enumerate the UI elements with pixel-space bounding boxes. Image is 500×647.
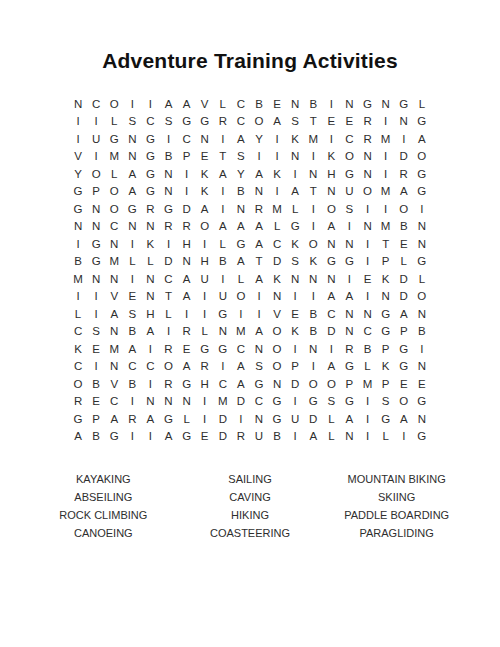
grid-cell: B — [304, 305, 322, 323]
grid-cell: E — [340, 113, 358, 131]
grid-cell: N — [377, 288, 395, 306]
grid-cell: E — [268, 95, 286, 113]
grid-cell: I — [359, 200, 377, 218]
grid-cell: I — [395, 130, 413, 148]
grid-cell: L — [214, 95, 232, 113]
grid-cell: V — [268, 305, 286, 323]
grid-cell: N — [322, 270, 340, 288]
grid-cell: R — [159, 218, 177, 236]
grid-cell: N — [304, 340, 322, 358]
grid-cell: N — [196, 130, 214, 148]
grid-cell: A — [232, 253, 250, 271]
grid-cell: O — [413, 148, 431, 166]
grid-cell: L — [105, 113, 123, 131]
grid-cell: D — [322, 323, 340, 341]
grid-cell: O — [250, 113, 268, 131]
grid-cell: N — [87, 270, 105, 288]
grid-cell: D — [214, 428, 232, 446]
grid-cell: N — [123, 148, 141, 166]
grid-cell: G — [286, 218, 304, 236]
grid-cell: O — [268, 323, 286, 341]
grid-cell: A — [340, 288, 358, 306]
grid-cell: H — [322, 165, 340, 183]
grid-cell: R — [250, 200, 268, 218]
grid-cell: I — [196, 235, 214, 253]
word-list-column: SAILINGCAVINGHIKINGCOASTEERING — [177, 470, 324, 542]
grid-cell: G — [413, 165, 431, 183]
grid-cell: M — [69, 270, 87, 288]
grid-cell: G — [395, 358, 413, 376]
grid-cell: I — [123, 393, 141, 411]
grid-cell: G — [340, 165, 358, 183]
grid-cell: I — [250, 148, 268, 166]
grid-cell: G — [322, 253, 340, 271]
grid-cell: U — [340, 183, 358, 201]
word-list-item: CANOEING — [30, 524, 177, 542]
grid-cell: A — [413, 130, 431, 148]
grid-cell: T — [214, 148, 232, 166]
grid-cell: N — [377, 95, 395, 113]
grid-cell: O — [413, 288, 431, 306]
grid-cell: I — [413, 340, 431, 358]
grid-cell: I — [232, 305, 250, 323]
grid-cell: K — [286, 235, 304, 253]
grid-cell: S — [123, 113, 141, 131]
grid-cell: P — [87, 183, 105, 201]
grid-cell: C — [268, 235, 286, 253]
grid-cell: I — [69, 235, 87, 253]
grid-cell: K — [268, 270, 286, 288]
grid-cell: N — [87, 200, 105, 218]
grid-cell: K — [286, 323, 304, 341]
grid-cell: A — [178, 288, 196, 306]
grid-cell: L — [159, 305, 177, 323]
grid-cell: R — [359, 130, 377, 148]
grid-cell: I — [178, 165, 196, 183]
grid-cell: D — [395, 270, 413, 288]
grid-cell: I — [159, 235, 177, 253]
grid-cell: G — [141, 130, 159, 148]
grid-cell: N — [322, 183, 340, 201]
grid-cell: D — [214, 410, 232, 428]
grid-cell: G — [178, 375, 196, 393]
grid-cell: G — [87, 235, 105, 253]
grid-cell: D — [395, 148, 413, 166]
grid-cell: I — [196, 288, 214, 306]
grid-cell: N — [340, 428, 358, 446]
grid-cell: G — [304, 393, 322, 411]
grid-cell: M — [377, 130, 395, 148]
grid-cell: I — [322, 340, 340, 358]
grid-cell: I — [159, 130, 177, 148]
grid-cell: N — [232, 200, 250, 218]
grid-cell: L — [377, 428, 395, 446]
grid-cell: K — [377, 358, 395, 376]
grid-cell: G — [141, 148, 159, 166]
grid-cell: N — [413, 358, 431, 376]
grid-cell: I — [123, 428, 141, 446]
grid-cell: G — [123, 200, 141, 218]
grid-cell: C — [359, 323, 377, 341]
grid-cell: N — [105, 323, 123, 341]
grid-cell: G — [268, 393, 286, 411]
word-list-item: COASTEERING — [177, 524, 324, 542]
grid-cell: T — [250, 253, 268, 271]
grid-cell: N — [69, 95, 87, 113]
grid-cell: G — [214, 340, 232, 358]
grid-cell: G — [69, 200, 87, 218]
grid-cell: G — [413, 428, 431, 446]
grid-cell: I — [141, 95, 159, 113]
grid-cell: P — [178, 148, 196, 166]
grid-cell: L — [322, 428, 340, 446]
grid-cell: G — [340, 358, 358, 376]
grid-cell: L — [123, 253, 141, 271]
grid-cell: R — [232, 428, 250, 446]
grid-cell: A — [250, 270, 268, 288]
grid-cell: N — [105, 270, 123, 288]
grid-cell: G — [413, 253, 431, 271]
grid-cell: N — [340, 323, 358, 341]
grid-cell: C — [159, 270, 177, 288]
grid-cell: P — [286, 358, 304, 376]
grid-cell: C — [105, 393, 123, 411]
grid-cell: O — [322, 200, 340, 218]
grid-cell: S — [377, 393, 395, 411]
grid-cell: A — [178, 358, 196, 376]
grid-cell: A — [232, 375, 250, 393]
grid-cell: O — [395, 393, 413, 411]
grid-cell: O — [105, 183, 123, 201]
grid-cell: N — [340, 95, 358, 113]
grid-cell: K — [377, 270, 395, 288]
grid-cell: I — [87, 113, 105, 131]
grid-cell: M — [268, 200, 286, 218]
grid-cell: Y — [69, 165, 87, 183]
grid-cell: R — [123, 410, 141, 428]
grid-cell: U — [214, 288, 232, 306]
grid-cell: N — [413, 218, 431, 236]
grid-cell: N — [141, 393, 159, 411]
grid-cell: O — [340, 148, 358, 166]
grid-cell: I — [286, 340, 304, 358]
word-list-item: MOUNTAIN BIKING — [323, 470, 470, 488]
grid-cell: N — [141, 288, 159, 306]
grid-cell: L — [359, 358, 377, 376]
grid-cell: G — [178, 428, 196, 446]
grid-cell: M — [377, 218, 395, 236]
grid-cell: I — [232, 410, 250, 428]
grid-cell: O — [268, 340, 286, 358]
grid-cell: I — [69, 288, 87, 306]
grid-cell: R — [141, 200, 159, 218]
grid-cell: R — [159, 375, 177, 393]
grid-cell: N — [340, 235, 358, 253]
grid-cell: L — [268, 218, 286, 236]
grid-cell: A — [250, 218, 268, 236]
grid-cell: G — [340, 393, 358, 411]
grid-cell: G — [268, 410, 286, 428]
grid-cell: A — [286, 183, 304, 201]
grid-cell: A — [141, 323, 159, 341]
grid-cell: N — [178, 393, 196, 411]
grid-cell: L — [141, 253, 159, 271]
grid-cell: L — [196, 323, 214, 341]
grid-cell: D — [286, 375, 304, 393]
grid-cell: G — [359, 95, 377, 113]
grid-cell: C — [250, 393, 268, 411]
grid-cell: S — [286, 113, 304, 131]
word-list-item: ABSEILING — [30, 488, 177, 506]
grid-cell: V — [196, 95, 214, 113]
grid-cell: K — [196, 165, 214, 183]
grid-cell: G — [250, 375, 268, 393]
grid-cell: B — [232, 183, 250, 201]
grid-cell: I — [359, 235, 377, 253]
grid-cell: P — [395, 323, 413, 341]
grid-cell: I — [359, 410, 377, 428]
grid-cell: G — [87, 253, 105, 271]
grid-cell: G — [395, 95, 413, 113]
grid-cell: G — [377, 323, 395, 341]
grid-cell: U — [250, 428, 268, 446]
grid-cell: C — [232, 340, 250, 358]
word-list-item: SKIING — [323, 488, 470, 506]
grid-cell: V — [69, 148, 87, 166]
grid-cell: I — [69, 113, 87, 131]
grid-cell: E — [359, 270, 377, 288]
grid-cell: N — [105, 235, 123, 253]
grid-cell: N — [286, 95, 304, 113]
grid-cell: R — [196, 358, 214, 376]
grid-cell: V — [105, 375, 123, 393]
grid-cell: B — [69, 253, 87, 271]
grid-cell: D — [159, 253, 177, 271]
grid-cell: I — [304, 288, 322, 306]
grid-cell: N — [69, 218, 87, 236]
grid-cell: N — [359, 165, 377, 183]
grid-cell: I — [286, 288, 304, 306]
puzzle-title: Adventure Training Activities — [0, 49, 500, 73]
grid-cell: G — [141, 165, 159, 183]
grid-cell: N — [304, 270, 322, 288]
grid-cell: I — [141, 428, 159, 446]
grid-cell: G — [159, 410, 177, 428]
grid-cell: Y — [232, 165, 250, 183]
grid-cell: I — [87, 305, 105, 323]
grid-cell: L — [322, 410, 340, 428]
grid-cell: N — [123, 218, 141, 236]
grid-cell: A — [178, 270, 196, 288]
grid-cell: E — [87, 340, 105, 358]
grid-cell: I — [69, 130, 87, 148]
grid-cell: A — [395, 183, 413, 201]
grid-cell: R — [178, 323, 196, 341]
grid-cell: G — [196, 113, 214, 131]
grid-cell: C — [340, 130, 358, 148]
grid-cell: N — [250, 410, 268, 428]
grid-cell: B — [159, 148, 177, 166]
grid-cell: N — [159, 393, 177, 411]
grid-cell: B — [304, 323, 322, 341]
grid-cell: N — [105, 358, 123, 376]
grid-cell: I — [214, 130, 232, 148]
grid-cell: M — [105, 148, 123, 166]
grid-cell: R — [69, 393, 87, 411]
grid-cell: O — [105, 200, 123, 218]
grid-cell: G — [196, 340, 214, 358]
grid-cell: N — [250, 340, 268, 358]
grid-cell: N — [250, 183, 268, 201]
grid-cell: L — [232, 270, 250, 288]
grid-cell: I — [141, 375, 159, 393]
grid-cell: A — [105, 410, 123, 428]
grid-cell: C — [123, 358, 141, 376]
grid-cell: R — [159, 340, 177, 358]
grid-cell: A — [178, 95, 196, 113]
grid-cell: A — [232, 358, 250, 376]
grid-cell: I — [304, 148, 322, 166]
grid-cell: N — [286, 270, 304, 288]
grid-cell: A — [340, 410, 358, 428]
grid-cell: I — [123, 235, 141, 253]
grid-cell: I — [196, 305, 214, 323]
grid-cell: I — [123, 95, 141, 113]
grid-cell: E — [395, 375, 413, 393]
grid-cell: U — [87, 130, 105, 148]
grid-cell: B — [214, 253, 232, 271]
grid-cell: M — [214, 393, 232, 411]
grid-cell: N — [141, 270, 159, 288]
grid-cell: M — [232, 323, 250, 341]
grid-cell: I — [87, 288, 105, 306]
grid-cell: O — [304, 375, 322, 393]
grid-cell: G — [413, 393, 431, 411]
grid-cell: N — [359, 148, 377, 166]
grid-cell: A — [159, 95, 177, 113]
grid-cell: I — [214, 358, 232, 376]
grid-cell: I — [359, 253, 377, 271]
grid-cell: N — [123, 130, 141, 148]
grid-cell: M — [105, 253, 123, 271]
grid-cell: L — [69, 305, 87, 323]
grid-cell: L — [178, 410, 196, 428]
grid-cell: N — [214, 323, 232, 341]
grid-cell: B — [250, 95, 268, 113]
grid-cell: C — [105, 218, 123, 236]
grid-cell: I — [377, 113, 395, 131]
grid-cell: A — [322, 358, 340, 376]
grid-cell: I — [87, 148, 105, 166]
grid-cell: B — [123, 375, 141, 393]
grid-cell: L — [413, 270, 431, 288]
grid-cell: A — [69, 428, 87, 446]
word-list-item: PARAGLIDING — [323, 524, 470, 542]
grid-cell: A — [250, 165, 268, 183]
grid-cell: I — [340, 218, 358, 236]
grid-cell: H — [196, 375, 214, 393]
grid-cell: O — [322, 375, 340, 393]
grid-cell: R — [178, 218, 196, 236]
grid-cell: A — [214, 165, 232, 183]
grid-cell: A — [232, 130, 250, 148]
grid-cell: L — [214, 235, 232, 253]
grid-cell: N — [304, 165, 322, 183]
grid-cell: P — [87, 410, 105, 428]
grid-cell: K — [141, 235, 159, 253]
grid-cell: I — [413, 200, 431, 218]
grid-cell: S — [340, 200, 358, 218]
grid-cell: I — [214, 183, 232, 201]
grid-cell: P — [340, 375, 358, 393]
grid-cell: I — [178, 183, 196, 201]
grid-cell: E — [196, 428, 214, 446]
grid-cell: I — [178, 305, 196, 323]
grid-cell: O — [159, 358, 177, 376]
word-list: KAYAKINGABSEILINGROCK CLIMBINGCANOEINGSA… — [30, 470, 470, 542]
word-search-grid: NCOIIAAVLCBENBINGNGLIILSCSGGRCOASTEERING… — [69, 95, 431, 445]
grid-cell: O — [232, 288, 250, 306]
grid-cell: N — [359, 305, 377, 323]
word-list-column: KAYAKINGABSEILINGROCK CLIMBINGCANOEING — [30, 470, 177, 542]
grid-cell: C — [141, 358, 159, 376]
word-list-item: KAYAKING — [30, 470, 177, 488]
grid-cell: C — [322, 305, 340, 323]
grid-cell: L — [105, 165, 123, 183]
grid-cell: I — [377, 200, 395, 218]
grid-cell: G — [69, 410, 87, 428]
word-list-column: MOUNTAIN BIKINGSKIINGPADDLE BOARDINGPARA… — [323, 470, 470, 542]
grid-cell: C — [232, 113, 250, 131]
grid-cell: I — [286, 393, 304, 411]
grid-cell: G — [232, 235, 250, 253]
grid-cell: P — [377, 253, 395, 271]
grid-cell: I — [304, 218, 322, 236]
grid-cell: A — [123, 340, 141, 358]
grid-cell: I — [214, 270, 232, 288]
grid-cell: D — [268, 253, 286, 271]
grid-cell: N — [159, 165, 177, 183]
grid-cell: A — [395, 305, 413, 323]
grid-cell: I — [340, 270, 358, 288]
grid-cell: P — [377, 375, 395, 393]
grid-cell: G — [413, 113, 431, 131]
grid-cell: N — [268, 375, 286, 393]
grid-cell: A — [105, 305, 123, 323]
grid-cell: I — [322, 95, 340, 113]
grid-cell: N — [141, 218, 159, 236]
grid-cell: N — [413, 410, 431, 428]
grid-cell: N — [322, 235, 340, 253]
grid-cell: G — [141, 183, 159, 201]
grid-cell: Y — [250, 130, 268, 148]
grid-cell: G — [377, 410, 395, 428]
grid-cell: R — [359, 113, 377, 131]
grid-cell: O — [69, 375, 87, 393]
grid-cell: B — [395, 218, 413, 236]
grid-cell: I — [196, 410, 214, 428]
grid-cell: D — [304, 410, 322, 428]
grid-cell: G — [105, 428, 123, 446]
word-list-item: SAILING — [177, 470, 324, 488]
grid-cell: T — [304, 113, 322, 131]
grid-cell: T — [377, 235, 395, 253]
grid-cell: C — [141, 113, 159, 131]
grid-cell: N — [159, 183, 177, 201]
grid-cell: N — [286, 148, 304, 166]
grid-cell: I — [359, 288, 377, 306]
word-list-item: PADDLE BOARDING — [323, 506, 470, 524]
